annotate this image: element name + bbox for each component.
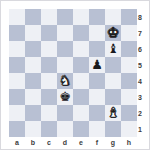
square-e8: [73, 9, 89, 25]
white-king-piece: ♚: [107, 25, 119, 41]
square-b6: [25, 41, 41, 57]
square-f7: [89, 25, 105, 41]
white-knight-piece: ♞: [59, 73, 71, 89]
rank-label-2: 2: [138, 105, 150, 121]
rank-label-4: 4: [138, 73, 150, 89]
square-g3: [105, 89, 121, 105]
square-c7: [41, 25, 57, 41]
square-c2: [41, 105, 57, 121]
square-f1: [89, 121, 105, 137]
square-h8: [121, 9, 137, 25]
square-h3: [121, 89, 137, 105]
square-h7: [121, 25, 137, 41]
square-b7: [25, 25, 41, 41]
rank-label-6: 6: [138, 41, 150, 57]
square-d2: [57, 105, 73, 121]
square-a5: [9, 57, 25, 73]
file-label-c: c: [41, 137, 57, 149]
rank-label-3: 3: [138, 89, 150, 105]
file-label-g: g: [105, 137, 121, 149]
square-h1: [121, 121, 137, 137]
rank-label-8: 8: [138, 9, 150, 25]
square-f6: [89, 41, 105, 57]
square-e1: [73, 121, 89, 137]
square-g7: ♚: [105, 25, 121, 41]
square-d8: [57, 9, 73, 25]
square-e4: [73, 73, 89, 89]
square-a7: [9, 25, 25, 41]
chess-diagram: ♚♝♟♞♚♝ abcdefgh 87654321: [0, 0, 150, 150]
square-d4: ♞: [57, 73, 73, 89]
square-f2: [89, 105, 105, 121]
square-c4: [41, 73, 57, 89]
square-f8: [89, 9, 105, 25]
square-e3: [73, 89, 89, 105]
square-d5: [57, 57, 73, 73]
square-g5: [105, 57, 121, 73]
square-a8: [9, 9, 25, 25]
square-a1: [9, 121, 25, 137]
rank-labels: 87654321: [138, 9, 150, 137]
square-c1: [41, 121, 57, 137]
square-a4: [9, 73, 25, 89]
square-b5: [25, 57, 41, 73]
square-c5: [41, 57, 57, 73]
square-c8: [41, 9, 57, 25]
square-g2: ♝: [105, 105, 121, 121]
square-b1: [25, 121, 41, 137]
square-e6: [73, 41, 89, 57]
rank-label-7: 7: [138, 25, 150, 41]
file-label-e: e: [73, 137, 89, 149]
square-a6: [9, 41, 25, 57]
black-pawn-piece: ♟: [91, 57, 103, 73]
square-d3: ♚: [57, 89, 73, 105]
square-e2: [73, 105, 89, 121]
square-b3: [25, 89, 41, 105]
square-g6: ♝: [105, 41, 121, 57]
square-d1: [57, 121, 73, 137]
file-label-d: d: [57, 137, 73, 149]
square-f5: ♟: [89, 57, 105, 73]
file-label-h: h: [121, 137, 137, 149]
square-e5: [73, 57, 89, 73]
square-d7: [57, 25, 73, 41]
square-c6: [41, 41, 57, 57]
square-b8: [25, 9, 41, 25]
square-f3: [89, 89, 105, 105]
rank-label-5: 5: [138, 57, 150, 73]
square-b4: [25, 73, 41, 89]
square-c3: [41, 89, 57, 105]
square-h2: [121, 105, 137, 121]
square-a2: [9, 105, 25, 121]
square-e7: [73, 25, 89, 41]
file-label-f: f: [89, 137, 105, 149]
white-bishop-piece: ♝: [107, 105, 119, 121]
file-labels: abcdefgh: [9, 137, 137, 149]
square-f4: [89, 73, 105, 89]
square-g4: [105, 73, 121, 89]
rank-label-1: 1: [138, 121, 150, 137]
file-label-a: a: [9, 137, 25, 149]
square-d6: [57, 41, 73, 57]
black-king-piece: ♚: [59, 89, 71, 105]
chess-board: ♚♝♟♞♚♝: [9, 9, 137, 137]
square-h6: [121, 41, 137, 57]
square-g8: [105, 9, 121, 25]
file-label-b: b: [25, 137, 41, 149]
square-h5: [121, 57, 137, 73]
black-bishop-piece: ♝: [107, 41, 119, 57]
square-b2: [25, 105, 41, 121]
square-h4: [121, 73, 137, 89]
square-g1: [105, 121, 121, 137]
square-a3: [9, 89, 25, 105]
